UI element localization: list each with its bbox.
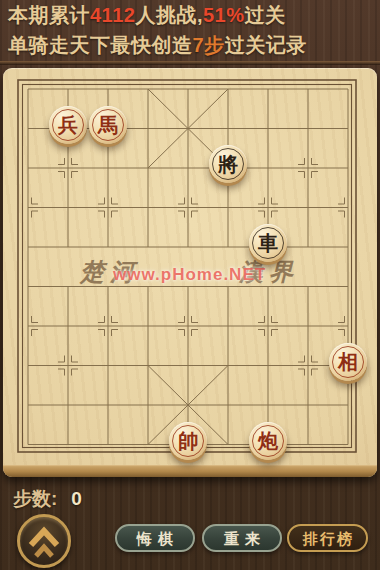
- piece-black-general[interactable]: 將: [209, 145, 247, 183]
- stats-pass-percent: 51%: [203, 4, 245, 26]
- record-prefix: 单骑走天下最快创造: [8, 34, 193, 56]
- piece-black-chariot[interactable]: 車: [249, 224, 287, 262]
- challenge-stats-line: 本期累计4112人挑战,51%过关: [8, 2, 285, 29]
- xiangqi-puzzle-app: 本期累计4112人挑战,51%过关 单骑走天下最快创造7步过关记录 楚河 漢界 …: [0, 0, 380, 570]
- header-divider: [0, 61, 380, 65]
- piece-red-cannon[interactable]: 炮: [249, 422, 287, 460]
- record-steps: 7步: [193, 34, 225, 56]
- restart-button[interactable]: 重来: [202, 524, 282, 552]
- step-counter-label: 步数:: [13, 488, 57, 509]
- piece-red-horse[interactable]: 馬: [89, 106, 127, 144]
- undo-button[interactable]: 悔棋: [115, 524, 195, 552]
- piece-character: 炮: [249, 422, 287, 460]
- piece-red-soldier[interactable]: 兵: [49, 106, 87, 144]
- stats-mid: 人挑战,: [135, 4, 203, 26]
- stats-players-count: 4112: [90, 4, 135, 26]
- stats-prefix: 本期累计: [8, 4, 90, 26]
- expand-panel-button[interactable]: [17, 514, 71, 568]
- piece-character: 車: [249, 224, 287, 262]
- step-counter: 步数:0: [13, 486, 82, 512]
- step-counter-value: 0: [71, 488, 82, 509]
- piece-character: 兵: [49, 106, 87, 144]
- record-suffix: 过关记录: [225, 34, 307, 56]
- piece-red-elephant[interactable]: 相: [329, 343, 367, 381]
- watermark-text: www.pHome.NET: [113, 265, 266, 285]
- leaderboard-button[interactable]: 排行榜: [287, 524, 368, 552]
- piece-character: 相: [329, 343, 367, 381]
- piece-character: 帥: [169, 422, 207, 460]
- piece-character: 將: [209, 145, 247, 183]
- piece-character: 馬: [89, 106, 127, 144]
- stats-suffix: 过关: [244, 4, 285, 26]
- record-line: 单骑走天下最快创造7步过关记录: [8, 32, 307, 59]
- double-chevron-up-icon: [20, 517, 68, 565]
- piece-red-general[interactable]: 帥: [169, 422, 207, 460]
- header: 本期累计4112人挑战,51%过关 单骑走天下最快创造7步过关记录: [0, 0, 380, 62]
